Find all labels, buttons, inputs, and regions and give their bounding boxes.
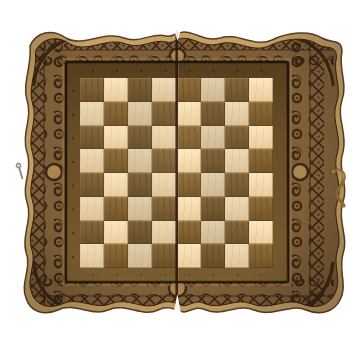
square-a7[interactable]	[80, 102, 104, 126]
square-d5[interactable]	[152, 149, 176, 173]
square-d3[interactable]	[152, 197, 176, 221]
square-g2[interactable]	[225, 221, 249, 245]
square-h3[interactable]	[249, 197, 273, 221]
square-b5[interactable]	[104, 149, 128, 173]
square-e8[interactable]	[177, 78, 201, 102]
square-c2[interactable]	[128, 221, 152, 245]
square-e5[interactable]	[177, 149, 201, 173]
square-h6[interactable]	[249, 126, 273, 150]
square-d6[interactable]	[152, 126, 176, 150]
square-d7[interactable]	[152, 102, 176, 126]
square-a8[interactable]	[80, 78, 104, 102]
square-g6[interactable]	[225, 126, 249, 150]
square-h8[interactable]	[249, 78, 273, 102]
square-e2[interactable]	[177, 221, 201, 245]
square-g1[interactable]	[225, 244, 249, 268]
square-c1[interactable]	[128, 244, 152, 268]
square-c3[interactable]	[128, 197, 152, 221]
square-a5[interactable]	[80, 149, 104, 173]
square-a1[interactable]	[80, 244, 104, 268]
square-b1[interactable]	[104, 244, 128, 268]
square-e6[interactable]	[177, 126, 201, 150]
square-f8[interactable]	[201, 78, 225, 102]
square-d4[interactable]	[152, 173, 176, 197]
square-h2[interactable]	[249, 221, 273, 245]
square-c6[interactable]	[128, 126, 152, 150]
square-f2[interactable]	[201, 221, 225, 245]
square-e1[interactable]	[177, 244, 201, 268]
square-g8[interactable]	[225, 78, 249, 102]
square-g7[interactable]	[225, 102, 249, 126]
square-h1[interactable]	[249, 244, 273, 268]
square-a2[interactable]	[80, 221, 104, 245]
square-b6[interactable]	[104, 126, 128, 150]
square-h5[interactable]	[249, 149, 273, 173]
square-d8[interactable]	[152, 78, 176, 102]
square-c8[interactable]	[128, 78, 152, 102]
square-d1[interactable]	[152, 244, 176, 268]
square-f5[interactable]	[201, 149, 225, 173]
square-a6[interactable]	[80, 126, 104, 150]
chess-board	[80, 78, 273, 268]
square-g5[interactable]	[225, 149, 249, 173]
square-e3[interactable]	[177, 197, 201, 221]
square-f1[interactable]	[201, 244, 225, 268]
square-f7[interactable]	[201, 102, 225, 126]
square-a3[interactable]	[80, 197, 104, 221]
square-a4[interactable]	[80, 173, 104, 197]
square-c7[interactable]	[128, 102, 152, 126]
square-f6[interactable]	[201, 126, 225, 150]
square-b3[interactable]	[104, 197, 128, 221]
square-b2[interactable]	[104, 221, 128, 245]
square-e7[interactable]	[177, 102, 201, 126]
square-c4[interactable]	[128, 173, 152, 197]
square-g4[interactable]	[225, 173, 249, 197]
square-e4[interactable]	[177, 173, 201, 197]
square-b7[interactable]	[104, 102, 128, 126]
square-g3[interactable]	[225, 197, 249, 221]
square-c5[interactable]	[128, 149, 152, 173]
product-photo	[0, 0, 350, 350]
square-h4[interactable]	[249, 173, 273, 197]
square-f3[interactable]	[201, 197, 225, 221]
square-d2[interactable]	[152, 221, 176, 245]
square-f4[interactable]	[201, 173, 225, 197]
square-b8[interactable]	[104, 78, 128, 102]
square-b4[interactable]	[104, 173, 128, 197]
square-h7[interactable]	[249, 102, 273, 126]
